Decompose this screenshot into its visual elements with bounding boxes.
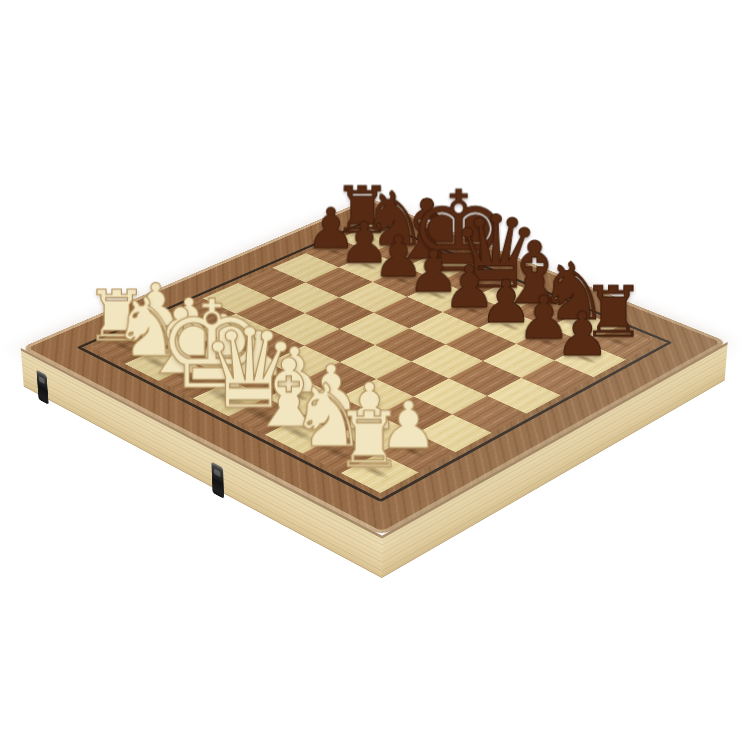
scene: ♜♞♝♚♛♝♞♜♟♟♟♟♟♟♟♟♟♟♟♟♟♟♟♟♜♞♝♚♛♝♞♜ <box>0 0 750 750</box>
clasp-latch-left <box>36 369 48 404</box>
rook-glyph: ♜ <box>270 401 469 478</box>
board-top-face: ♜♞♝♚♛♝♞♜♟♟♟♟♟♟♟♟♟♟♟♟♟♟♟♟♜♞♝♚♛♝♞♜ <box>21 198 728 536</box>
pieces-layer: ♜♞♝♚♛♝♞♜♟♟♟♟♟♟♟♟♟♟♟♟♟♟♟♟♜♞♝♚♛♝♞♜ <box>21 198 728 536</box>
pawn-glyph: ♟ <box>491 303 674 364</box>
clasp-latch-center <box>211 462 224 499</box>
